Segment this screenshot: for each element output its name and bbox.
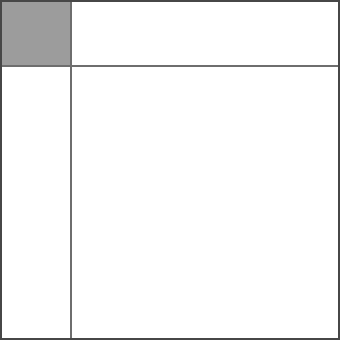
top-clues	[72, 2, 338, 67]
clue-corner-block	[2, 2, 72, 67]
nonogram-puzzle	[0, 0, 340, 340]
left-clues	[2, 67, 72, 338]
board	[72, 67, 338, 338]
